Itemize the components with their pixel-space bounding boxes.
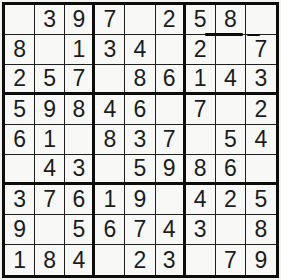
cell-r2c7[interactable]: 2 bbox=[186, 35, 216, 65]
cell-r7c7[interactable]: 4 bbox=[186, 185, 216, 215]
cell-r3c7[interactable]: 1 bbox=[186, 65, 216, 95]
cell-r2c2[interactable] bbox=[35, 35, 65, 65]
cell-r6c4[interactable] bbox=[95, 155, 125, 185]
cell-r7c6[interactable] bbox=[156, 185, 186, 215]
cell-r3c3[interactable]: 7 bbox=[65, 65, 95, 95]
scan-artifact-dash bbox=[251, 182, 266, 185]
cell-r3c5[interactable]: 8 bbox=[125, 65, 155, 95]
cell-r6c6[interactable]: 9 bbox=[156, 155, 186, 185]
cell-r4c2[interactable]: 9 bbox=[35, 95, 65, 125]
cell-r4c1[interactable]: 5 bbox=[5, 95, 35, 125]
cell-r9c2[interactable]: 8 bbox=[35, 245, 65, 275]
cell-r4c6[interactable] bbox=[156, 95, 186, 125]
cell-r8c5[interactable]: 7 bbox=[125, 215, 155, 245]
cell-r7c3[interactable]: 6 bbox=[65, 185, 95, 215]
cell-r9c4[interactable] bbox=[95, 245, 125, 275]
cell-r9c5[interactable]: 2 bbox=[125, 245, 155, 275]
cell-r3c8[interactable]: 4 bbox=[216, 65, 246, 95]
cell-r7c9[interactable]: 5 bbox=[246, 185, 276, 215]
cell-r5c9[interactable]: 4 bbox=[246, 125, 276, 155]
cell-r3c2[interactable]: 5 bbox=[35, 65, 65, 95]
cell-r1c2[interactable]: 3 bbox=[35, 5, 65, 35]
cell-r8c8[interactable] bbox=[216, 215, 246, 245]
cell-r3c1[interactable]: 2 bbox=[5, 65, 35, 95]
cell-r1c5[interactable] bbox=[125, 5, 155, 35]
cell-r7c2[interactable]: 7 bbox=[35, 185, 65, 215]
cell-r6c8[interactable]: 6 bbox=[216, 155, 246, 185]
cell-r2c8[interactable] bbox=[216, 35, 246, 65]
cell-r3c4[interactable] bbox=[95, 65, 125, 95]
cell-r1c7[interactable]: 5 bbox=[186, 5, 216, 35]
scan-artifact-dash bbox=[247, 34, 260, 36]
cell-r1c3[interactable]: 9 bbox=[65, 5, 95, 35]
cell-r1c6[interactable]: 2 bbox=[156, 5, 186, 35]
cell-r5c7[interactable] bbox=[186, 125, 216, 155]
cell-r9c9[interactable]: 9 bbox=[246, 245, 276, 275]
cell-r5c5[interactable]: 3 bbox=[125, 125, 155, 155]
cell-r6c2[interactable]: 4 bbox=[35, 155, 65, 185]
cell-r9c3[interactable]: 4 bbox=[65, 245, 95, 275]
cell-r2c4[interactable]: 3 bbox=[95, 35, 125, 65]
cell-r4c4[interactable]: 4 bbox=[95, 95, 125, 125]
cell-r6c3[interactable]: 3 bbox=[65, 155, 95, 185]
cell-r7c1[interactable]: 3 bbox=[5, 185, 35, 215]
sudoku-board: 3972588134272578614359846726183754435986… bbox=[2, 2, 279, 278]
cell-r4c3[interactable]: 8 bbox=[65, 95, 95, 125]
cell-r8c3[interactable]: 5 bbox=[65, 215, 95, 245]
cell-r5c2[interactable]: 1 bbox=[35, 125, 65, 155]
cell-r2c3[interactable]: 1 bbox=[65, 35, 95, 65]
cell-r6c7[interactable]: 8 bbox=[186, 155, 216, 185]
cell-r4c9[interactable]: 2 bbox=[246, 95, 276, 125]
cell-r5c1[interactable]: 6 bbox=[5, 125, 35, 155]
scan-artifact-underline bbox=[205, 33, 243, 36]
cell-r4c8[interactable] bbox=[216, 95, 246, 125]
cell-r3c6[interactable]: 6 bbox=[156, 65, 186, 95]
cell-r9c8[interactable]: 7 bbox=[216, 245, 246, 275]
cell-r1c9[interactable] bbox=[246, 5, 276, 35]
cell-r1c1[interactable] bbox=[5, 5, 35, 35]
cell-r2c6[interactable] bbox=[156, 35, 186, 65]
cell-r7c8[interactable]: 2 bbox=[216, 185, 246, 215]
cell-r5c8[interactable]: 5 bbox=[216, 125, 246, 155]
cell-r9c6[interactable]: 3 bbox=[156, 245, 186, 275]
cell-r7c5[interactable]: 9 bbox=[125, 185, 155, 215]
cell-r9c1[interactable]: 1 bbox=[5, 245, 35, 275]
sudoku-scan: 3972588134272578614359846726183754435986… bbox=[0, 0, 281, 280]
cell-r3c9[interactable]: 3 bbox=[246, 65, 276, 95]
cell-r1c8[interactable]: 8 bbox=[216, 5, 246, 35]
cell-r5c6[interactable]: 7 bbox=[156, 125, 186, 155]
cell-r7c4[interactable]: 1 bbox=[95, 185, 125, 215]
cell-r5c4[interactable]: 8 bbox=[95, 125, 125, 155]
cell-r8c7[interactable]: 3 bbox=[186, 215, 216, 245]
cell-r2c9[interactable]: 7 bbox=[246, 35, 276, 65]
cell-r9c7[interactable] bbox=[186, 245, 216, 275]
cell-r4c7[interactable]: 7 bbox=[186, 95, 216, 125]
cell-r5c3[interactable] bbox=[65, 125, 95, 155]
cell-r2c1[interactable]: 8 bbox=[5, 35, 35, 65]
cell-r8c4[interactable]: 6 bbox=[95, 215, 125, 245]
cell-r6c1[interactable] bbox=[5, 155, 35, 185]
cell-r8c1[interactable]: 9 bbox=[5, 215, 35, 245]
cell-r8c2[interactable] bbox=[35, 215, 65, 245]
cell-r2c5[interactable]: 4 bbox=[125, 35, 155, 65]
cell-r4c5[interactable]: 6 bbox=[125, 95, 155, 125]
cell-r6c9[interactable] bbox=[246, 155, 276, 185]
cell-r6c5[interactable]: 5 bbox=[125, 155, 155, 185]
cell-r8c6[interactable]: 4 bbox=[156, 215, 186, 245]
cell-r1c4[interactable]: 7 bbox=[95, 5, 125, 35]
cell-r8c9[interactable]: 8 bbox=[246, 215, 276, 245]
